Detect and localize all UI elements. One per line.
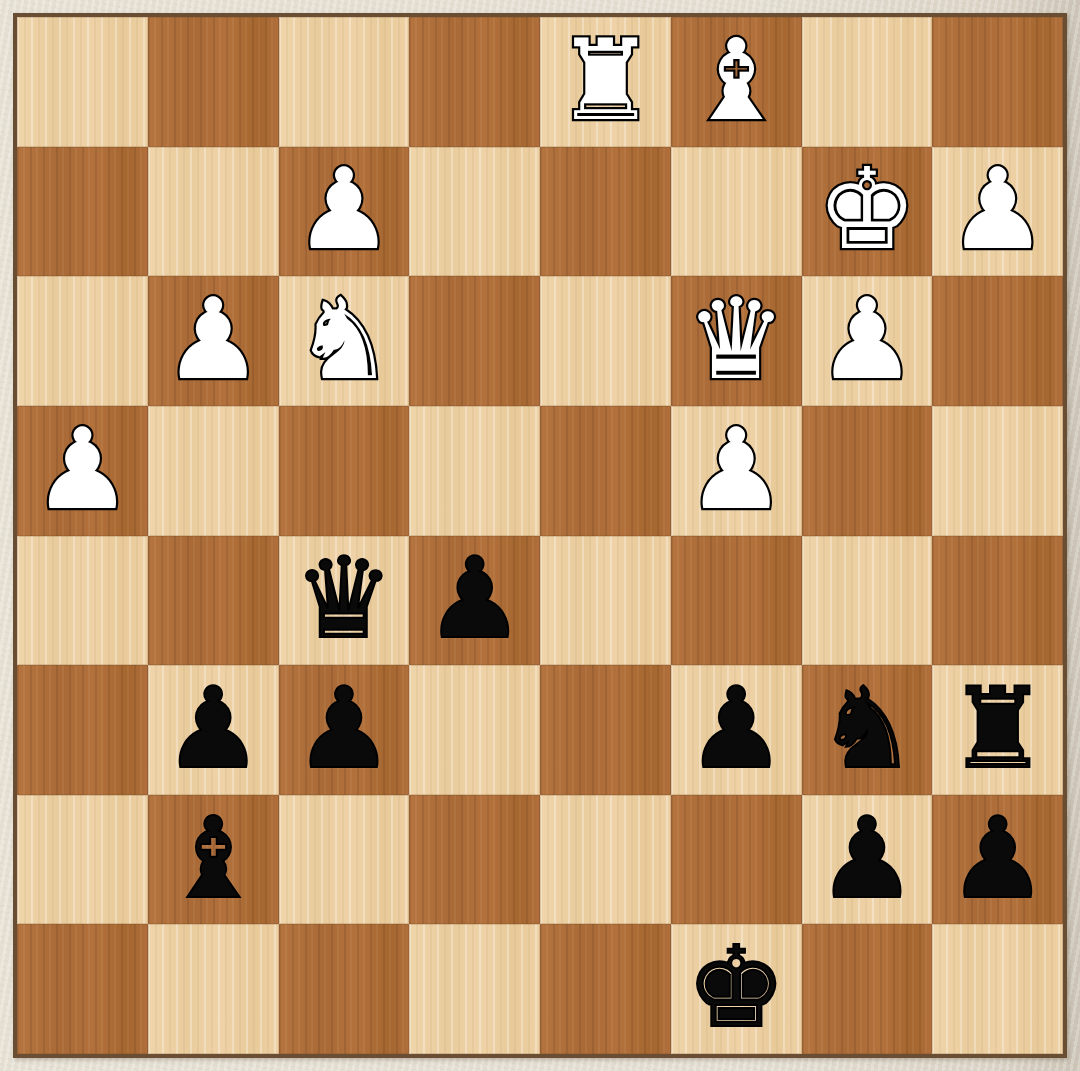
square-c2[interactable]	[279, 795, 410, 925]
square-e4[interactable]	[540, 536, 671, 666]
square-d2[interactable]	[409, 795, 540, 925]
square-d5[interactable]	[409, 406, 540, 536]
piece-white-rook-e8[interactable]: ♜	[555, 24, 655, 136]
square-h6[interactable]	[932, 276, 1063, 406]
square-g4[interactable]	[802, 536, 933, 666]
piece-black-pawn-h2[interactable]: ♟	[947, 801, 1047, 913]
square-f2[interactable]	[671, 795, 802, 925]
square-b4[interactable]	[148, 536, 279, 666]
square-d6[interactable]	[409, 276, 540, 406]
square-d8[interactable]	[409, 17, 540, 147]
piece-black-bishop-b2[interactable]: ♝	[163, 801, 263, 913]
piece-white-pawn-c7[interactable]: ♟	[294, 153, 394, 265]
square-h3[interactable]: ♜	[932, 665, 1063, 795]
piece-white-queen-f6[interactable]: ♛	[686, 283, 786, 395]
square-a8[interactable]	[17, 17, 148, 147]
square-h2[interactable]: ♟	[932, 795, 1063, 925]
piece-white-pawn-a5[interactable]: ♟	[32, 412, 132, 524]
board-frame: ♜♝♟♚♟♟♞♛♟♟♟♛♟♟♟♟♞♜♝♟♟♚	[13, 13, 1067, 1058]
square-e8[interactable]: ♜	[540, 17, 671, 147]
square-g6[interactable]: ♟	[802, 276, 933, 406]
square-e5[interactable]	[540, 406, 671, 536]
piece-white-king-g7[interactable]: ♚	[817, 153, 917, 265]
square-c4[interactable]: ♛	[279, 536, 410, 666]
square-b2[interactable]: ♝	[148, 795, 279, 925]
square-f5[interactable]: ♟	[671, 406, 802, 536]
square-e6[interactable]	[540, 276, 671, 406]
square-b8[interactable]	[148, 17, 279, 147]
square-f4[interactable]	[671, 536, 802, 666]
square-a5[interactable]: ♟	[17, 406, 148, 536]
square-e3[interactable]	[540, 665, 671, 795]
square-g8[interactable]	[802, 17, 933, 147]
square-f1[interactable]: ♚	[671, 924, 802, 1054]
piece-white-pawn-g6[interactable]: ♟	[817, 283, 917, 395]
square-d1[interactable]	[409, 924, 540, 1054]
square-b7[interactable]	[148, 147, 279, 277]
piece-black-queen-c4[interactable]: ♛	[294, 542, 394, 654]
piece-black-pawn-b3[interactable]: ♟	[163, 672, 263, 784]
square-h7[interactable]: ♟	[932, 147, 1063, 277]
square-b1[interactable]	[148, 924, 279, 1054]
square-f3[interactable]: ♟	[671, 665, 802, 795]
square-c3[interactable]: ♟	[279, 665, 410, 795]
square-e7[interactable]	[540, 147, 671, 277]
square-e2[interactable]	[540, 795, 671, 925]
piece-black-pawn-f3[interactable]: ♟	[686, 672, 786, 784]
square-g2[interactable]: ♟	[802, 795, 933, 925]
square-b5[interactable]	[148, 406, 279, 536]
square-a1[interactable]	[17, 924, 148, 1054]
piece-white-knight-c6[interactable]: ♞	[294, 283, 394, 395]
square-a2[interactable]	[17, 795, 148, 925]
square-h4[interactable]	[932, 536, 1063, 666]
square-d7[interactable]	[409, 147, 540, 277]
square-d3[interactable]	[409, 665, 540, 795]
square-g5[interactable]	[802, 406, 933, 536]
square-c6[interactable]: ♞	[279, 276, 410, 406]
square-c8[interactable]	[279, 17, 410, 147]
square-a6[interactable]	[17, 276, 148, 406]
square-c1[interactable]	[279, 924, 410, 1054]
square-h1[interactable]	[932, 924, 1063, 1054]
chess-board: ♜♝♟♚♟♟♞♛♟♟♟♛♟♟♟♟♞♜♝♟♟♚	[17, 17, 1063, 1054]
piece-white-bishop-f8[interactable]: ♝	[686, 24, 786, 136]
square-c5[interactable]	[279, 406, 410, 536]
square-c7[interactable]: ♟	[279, 147, 410, 277]
piece-black-king-f1[interactable]: ♚	[686, 931, 786, 1043]
square-f8[interactable]: ♝	[671, 17, 802, 147]
square-a7[interactable]	[17, 147, 148, 277]
square-d4[interactable]: ♟	[409, 536, 540, 666]
square-a3[interactable]	[17, 665, 148, 795]
piece-white-pawn-f5[interactable]: ♟	[686, 412, 786, 524]
piece-black-rook-h3[interactable]: ♜	[947, 672, 1047, 784]
square-h8[interactable]	[932, 17, 1063, 147]
piece-black-pawn-g2[interactable]: ♟	[817, 801, 917, 913]
piece-black-knight-g3[interactable]: ♞	[817, 672, 917, 784]
square-h5[interactable]	[932, 406, 1063, 536]
square-a4[interactable]	[17, 536, 148, 666]
square-g7[interactable]: ♚	[802, 147, 933, 277]
page-background: ♜♝♟♚♟♟♞♛♟♟♟♛♟♟♟♟♞♜♝♟♟♚	[0, 0, 1080, 1071]
square-e1[interactable]	[540, 924, 671, 1054]
square-b6[interactable]: ♟	[148, 276, 279, 406]
square-f7[interactable]	[671, 147, 802, 277]
piece-black-pawn-d4[interactable]: ♟	[424, 542, 524, 654]
piece-white-pawn-b6[interactable]: ♟	[163, 283, 263, 395]
square-f6[interactable]: ♛	[671, 276, 802, 406]
piece-black-pawn-c3[interactable]: ♟	[294, 672, 394, 784]
square-b3[interactable]: ♟	[148, 665, 279, 795]
square-g3[interactable]: ♞	[802, 665, 933, 795]
piece-white-pawn-h7[interactable]: ♟	[947, 153, 1047, 265]
square-g1[interactable]	[802, 924, 933, 1054]
